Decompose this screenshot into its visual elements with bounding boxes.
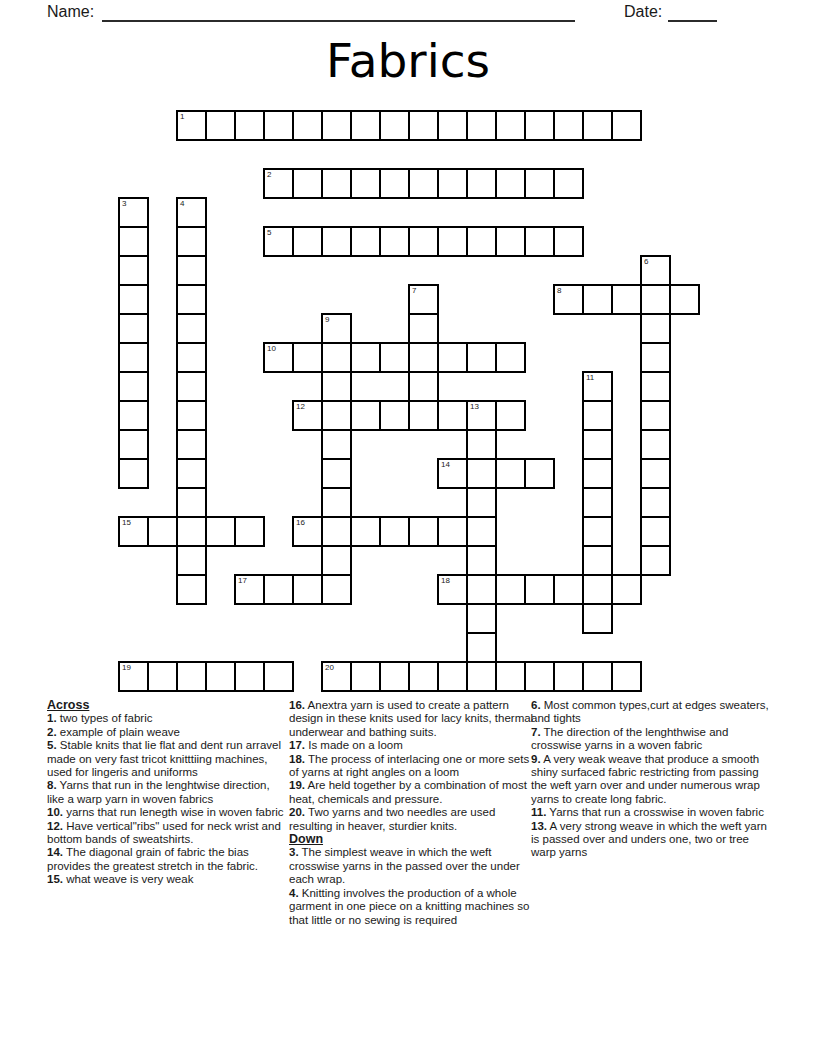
- grid-cell-8-0[interactable]: [118, 342, 149, 373]
- grid-cell-10-7[interactable]: [321, 400, 352, 431]
- clue-down-11: 11. Yarns that run a crosswise in woven …: [531, 806, 777, 819]
- grid-cell-7-18[interactable]: [640, 313, 671, 344]
- grid-cell-6-0[interactable]: [118, 284, 149, 315]
- cell-number-16: 16: [296, 518, 305, 528]
- grid-cell-10-16[interactable]: [582, 400, 613, 431]
- grid-cell-16-17[interactable]: [611, 574, 642, 605]
- grid-cell-4-15[interactable]: [553, 226, 584, 257]
- clue-across-15: 15. what weave is very weak: [47, 873, 287, 886]
- grid-cell-14-4[interactable]: [234, 516, 265, 547]
- cell-number-14: 14: [441, 460, 450, 470]
- grid-cell-8-13[interactable]: [495, 342, 526, 373]
- grid-cell-12-13[interactable]: [495, 458, 526, 489]
- grid-cell-14-18[interactable]: [640, 516, 671, 547]
- grid-cell-15-2[interactable]: [176, 545, 207, 576]
- grid-cell-12-7[interactable]: [321, 458, 352, 489]
- grid-cell-4-6[interactable]: [292, 226, 323, 257]
- grid-cell-11-12[interactable]: [466, 429, 497, 460]
- grid-cell-0-2[interactable]: 1: [176, 110, 207, 141]
- grid-cell-12-11[interactable]: 14: [437, 458, 468, 489]
- grid-cell-14-6[interactable]: 16: [292, 516, 323, 547]
- grid-cell-4-0[interactable]: [118, 226, 149, 257]
- grid-cell-3-2[interactable]: 4: [176, 197, 207, 228]
- grid-cell-0-12[interactable]: [466, 110, 497, 141]
- clue-across-1: 1. two types of fabric: [47, 712, 287, 725]
- grid-cell-3-0[interactable]: 3: [118, 197, 149, 228]
- grid-cell-9-0[interactable]: [118, 371, 149, 402]
- cell-number-19: 19: [122, 663, 131, 673]
- grid-cell-19-16[interactable]: [582, 661, 613, 692]
- grid-cell-14-12[interactable]: [466, 516, 497, 547]
- cell-number-13: 13: [470, 402, 479, 412]
- grid-cell-17-12[interactable]: [466, 603, 497, 634]
- grid-cell-6-2[interactable]: [176, 284, 207, 315]
- grid-cell-10-10[interactable]: [408, 400, 439, 431]
- grid-cell-11-0[interactable]: [118, 429, 149, 460]
- clue-across-16: 16. Anextra yarn is used to create a pat…: [289, 699, 536, 739]
- grid-cell-10-11[interactable]: [437, 400, 468, 431]
- grid-cell-16-4[interactable]: 17: [234, 574, 265, 605]
- grid-cell-8-2[interactable]: [176, 342, 207, 373]
- grid-cell-16-16[interactable]: [582, 574, 613, 605]
- grid-cell-10-2[interactable]: [176, 400, 207, 431]
- grid-cell-9-10[interactable]: [408, 371, 439, 402]
- name-fill-line[interactable]: [102, 3, 575, 22]
- grid-cell-16-7[interactable]: [321, 574, 352, 605]
- grid-cell-16-14[interactable]: [524, 574, 555, 605]
- cell-number-11: 11: [586, 373, 594, 383]
- grid-cell-12-18[interactable]: [640, 458, 671, 489]
- grid-cell-2-13[interactable]: [495, 168, 526, 199]
- grid-cell-16-11[interactable]: 18: [437, 574, 468, 605]
- clue-across-18: 18. The process of interlacing one or mo…: [289, 753, 536, 780]
- grid-cell-12-0[interactable]: [118, 458, 149, 489]
- cell-number-5: 5: [267, 228, 271, 238]
- grid-cell-15-18[interactable]: [640, 545, 671, 576]
- grid-cell-14-0[interactable]: 15: [118, 516, 149, 547]
- down-heading: Down: [289, 833, 536, 846]
- grid-cell-10-6[interactable]: 12: [292, 400, 323, 431]
- cell-number-1: 1: [180, 112, 184, 122]
- grid-cell-6-18[interactable]: [640, 284, 671, 315]
- grid-cell-4-13[interactable]: [495, 226, 526, 257]
- grid-cell-14-11[interactable]: [437, 516, 468, 547]
- grid-cell-7-2[interactable]: [176, 313, 207, 344]
- grid-cell-6-17[interactable]: [611, 284, 642, 315]
- clue-down-3: 3. The simplest weave in which the weft …: [289, 846, 536, 886]
- grid-cell-12-16[interactable]: [582, 458, 613, 489]
- grid-cell-2-10[interactable]: [408, 168, 439, 199]
- grid-cell-15-12[interactable]: [466, 545, 497, 576]
- grid-cell-12-12[interactable]: [466, 458, 497, 489]
- cell-number-15: 15: [122, 518, 131, 528]
- grid-cell-11-7[interactable]: [321, 429, 352, 460]
- grid-cell-19-0[interactable]: 19: [118, 661, 149, 692]
- clue-across-2: 2. example of plain weave: [47, 726, 287, 739]
- grid-cell-19-13[interactable]: [495, 661, 526, 692]
- grid-cell-0-14[interactable]: [524, 110, 555, 141]
- clues-column-1: Across1. two types of fabric2. example o…: [47, 699, 287, 887]
- grid-cell-19-1[interactable]: [147, 661, 178, 692]
- grid-cell-10-0[interactable]: [118, 400, 149, 431]
- grid-cell-4-12[interactable]: [466, 226, 497, 257]
- cell-number-3: 3: [122, 199, 126, 209]
- grid-cell-2-11[interactable]: [437, 168, 468, 199]
- grid-cell-18-12[interactable]: [466, 632, 497, 663]
- clues-column-3: 6. Most common types,curt at edges sweat…: [531, 699, 777, 860]
- clue-across-10: 10. yarns that run lenegth wise in woven…: [47, 806, 287, 819]
- cell-number-8: 8: [557, 286, 561, 296]
- grid-cell-15-16[interactable]: [582, 545, 613, 576]
- grid-cell-19-10[interactable]: [408, 661, 439, 692]
- grid-cell-14-1[interactable]: [147, 516, 178, 547]
- grid-cell-4-14[interactable]: [524, 226, 555, 257]
- clue-across-17: 17. Is made on a loom: [289, 739, 536, 752]
- clue-across-14: 14. The diagonal grain of fabric the bia…: [47, 846, 287, 873]
- grid-cell-16-5[interactable]: [263, 574, 294, 605]
- grid-cell-4-9[interactable]: [379, 226, 410, 257]
- grid-cell-14-8[interactable]: [350, 516, 381, 547]
- grid-cell-6-15[interactable]: 8: [553, 284, 584, 315]
- grid-cell-0-10[interactable]: [408, 110, 439, 141]
- grid-cell-19-5[interactable]: [263, 661, 294, 692]
- grid-cell-8-9[interactable]: [379, 342, 410, 373]
- grid-cell-19-14[interactable]: [524, 661, 555, 692]
- grid-cell-19-12[interactable]: [466, 661, 497, 692]
- grid-cell-13-7[interactable]: [321, 487, 352, 518]
- grid-cell-7-7[interactable]: 9: [321, 313, 352, 344]
- grid-cell-7-0[interactable]: [118, 313, 149, 344]
- grid-cell-13-18[interactable]: [640, 487, 671, 518]
- grid-cell-0-11[interactable]: [437, 110, 468, 141]
- grid-cell-0-7[interactable]: [321, 110, 352, 141]
- grid-cell-2-14[interactable]: [524, 168, 555, 199]
- grid-cell-0-3[interactable]: [205, 110, 236, 141]
- clue-across-19: 19. Are held together by a combination o…: [289, 779, 536, 806]
- clue-down-9: 9. A very weak weave that produce a smoo…: [531, 753, 777, 807]
- across-heading: Across: [47, 699, 287, 712]
- grid-cell-13-16[interactable]: [582, 487, 613, 518]
- clues-column-2: 16. Anextra yarn is used to create a pat…: [289, 699, 536, 927]
- grid-cell-14-3[interactable]: [205, 516, 236, 547]
- grid-cell-5-2[interactable]: [176, 255, 207, 286]
- grid-cell-16-12[interactable]: [466, 574, 497, 605]
- grid-cell-9-16[interactable]: 11: [582, 371, 613, 402]
- name-label: Name:: [47, 3, 94, 21]
- grid-cell-10-18[interactable]: [640, 400, 671, 431]
- cell-number-6: 6: [644, 257, 648, 267]
- grid-cell-12-2[interactable]: [176, 458, 207, 489]
- grid-cell-8-8[interactable]: [350, 342, 381, 373]
- grid-cell-6-16[interactable]: [582, 284, 613, 315]
- page-title: Fabrics: [0, 33, 816, 88]
- grid-cell-11-16[interactable]: [582, 429, 613, 460]
- grid-cell-6-19[interactable]: [669, 284, 700, 315]
- grid-cell-8-6[interactable]: [292, 342, 323, 373]
- grid-cell-10-12[interactable]: 13: [466, 400, 497, 431]
- grid-cell-4-7[interactable]: [321, 226, 352, 257]
- grid-cell-8-18[interactable]: [640, 342, 671, 373]
- grid-cell-14-7[interactable]: [321, 516, 352, 547]
- grid-cell-4-5[interactable]: 5: [263, 226, 294, 257]
- grid-cell-4-2[interactable]: [176, 226, 207, 257]
- grid-cell-11-2[interactable]: [176, 429, 207, 460]
- clue-across-12: 12. Have vertical"ribs" used for neck wr…: [47, 820, 287, 847]
- cell-number-20: 20: [325, 663, 334, 673]
- cell-number-18: 18: [441, 576, 450, 586]
- clue-down-6: 6. Most common types,curt at edges sweat…: [531, 699, 777, 726]
- grid-cell-0-15[interactable]: [553, 110, 584, 141]
- grid-cell-19-11[interactable]: [437, 661, 468, 692]
- cell-number-9: 9: [325, 315, 329, 325]
- grid-cell-4-10[interactable]: [408, 226, 439, 257]
- grid-cell-12-14[interactable]: [524, 458, 555, 489]
- grid-cell-19-7[interactable]: 20: [321, 661, 352, 692]
- grid-cell-10-8[interactable]: [350, 400, 381, 431]
- grid-cell-14-9[interactable]: [379, 516, 410, 547]
- grid-cell-15-7[interactable]: [321, 545, 352, 576]
- grid-cell-19-8[interactable]: [350, 661, 381, 692]
- grid-cell-8-7[interactable]: [321, 342, 352, 373]
- grid-cell-16-13[interactable]: [495, 574, 526, 605]
- cell-number-2: 2: [267, 170, 271, 180]
- grid-cell-8-10[interactable]: [408, 342, 439, 373]
- grid-cell-2-8[interactable]: [350, 168, 381, 199]
- date-fill-line[interactable]: [668, 3, 717, 22]
- grid-cell-17-16[interactable]: [582, 603, 613, 634]
- grid-cell-10-13[interactable]: [495, 400, 526, 431]
- grid-cell-13-12[interactable]: [466, 487, 497, 518]
- clue-across-20: 20. Two yarns and two needles are used r…: [289, 806, 536, 833]
- grid-cell-0-9[interactable]: [379, 110, 410, 141]
- grid-cell-6-10[interactable]: 7: [408, 284, 439, 315]
- date-label: Date:: [624, 3, 662, 21]
- grid-cell-5-18[interactable]: 6: [640, 255, 671, 286]
- clue-across-8: 8. Yarns that run in the lenghtwise dire…: [47, 779, 287, 806]
- cell-number-4: 4: [180, 199, 184, 209]
- grid-cell-8-12[interactable]: [466, 342, 497, 373]
- grid-cell-7-10[interactable]: [408, 313, 439, 344]
- clue-across-5: 5. Stable knits that lie flat and dent r…: [47, 739, 287, 779]
- grid-cell-14-16[interactable]: [582, 516, 613, 547]
- grid-cell-16-15[interactable]: [553, 574, 584, 605]
- grid-cell-19-9[interactable]: [379, 661, 410, 692]
- grid-cell-9-18[interactable]: [640, 371, 671, 402]
- grid-cell-0-6[interactable]: [292, 110, 323, 141]
- grid-cell-19-4[interactable]: [234, 661, 265, 692]
- grid-cell-10-9[interactable]: [379, 400, 410, 431]
- grid-cell-16-2[interactable]: [176, 574, 207, 605]
- grid-cell-9-7[interactable]: [321, 371, 352, 402]
- cell-number-12: 12: [296, 402, 305, 412]
- grid-cell-0-5[interactable]: [263, 110, 294, 141]
- grid-cell-0-4[interactable]: [234, 110, 265, 141]
- cell-number-7: 7: [412, 286, 416, 296]
- grid-cell-2-15[interactable]: [553, 168, 584, 199]
- grid-cell-2-6[interactable]: [292, 168, 323, 199]
- grid-cell-0-8[interactable]: [350, 110, 381, 141]
- cell-number-17: 17: [238, 576, 247, 586]
- grid-cell-4-11[interactable]: [437, 226, 468, 257]
- grid-cell-0-16[interactable]: [582, 110, 613, 141]
- crossword-grid: 1234567891011121314151617181920: [118, 110, 700, 692]
- grid-cell-9-2[interactable]: [176, 371, 207, 402]
- grid-cell-2-7[interactable]: [321, 168, 352, 199]
- grid-cell-11-18[interactable]: [640, 429, 671, 460]
- grid-cell-2-5[interactable]: 2: [263, 168, 294, 199]
- cell-number-10: 10: [267, 344, 276, 354]
- grid-cell-19-2[interactable]: [176, 661, 207, 692]
- grid-cell-19-3[interactable]: [205, 661, 236, 692]
- grid-cell-13-2[interactable]: [176, 487, 207, 518]
- clue-down-4: 4. Knitting involves the production of a…: [289, 887, 536, 927]
- clue-down-7: 7. The direction of the lenghthwise and …: [531, 726, 777, 753]
- grid-cell-5-0[interactable]: [118, 255, 149, 286]
- grid-cell-2-12[interactable]: [466, 168, 497, 199]
- clue-down-13: 13. A very strong weave in which the wef…: [531, 820, 777, 860]
- grid-cell-14-10[interactable]: [408, 516, 439, 547]
- grid-cell-4-8[interactable]: [350, 226, 381, 257]
- grid-cell-0-13[interactable]: [495, 110, 526, 141]
- grid-cell-16-6[interactable]: [292, 574, 323, 605]
- grid-cell-19-15[interactable]: [553, 661, 584, 692]
- grid-cell-8-5[interactable]: 10: [263, 342, 294, 373]
- grid-cell-2-9[interactable]: [379, 168, 410, 199]
- grid-cell-14-2[interactable]: [176, 516, 207, 547]
- grid-cell-0-17[interactable]: [611, 110, 642, 141]
- grid-cell-8-11[interactable]: [437, 342, 468, 373]
- grid-cell-19-17[interactable]: [611, 661, 642, 692]
